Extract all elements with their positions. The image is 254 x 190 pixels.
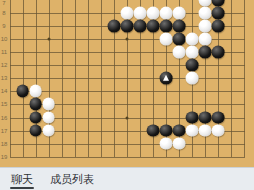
row-coordinate-label: 19	[1, 154, 8, 160]
grid-line-horizontal	[10, 78, 246, 79]
white-stone	[199, 6, 212, 19]
row-coordinate-label: 12	[1, 62, 8, 68]
grid-line-horizontal	[10, 91, 246, 92]
black-stone	[107, 19, 120, 32]
row-coordinate-label: 15	[1, 101, 8, 107]
black-stone	[147, 19, 160, 32]
black-stone	[199, 46, 212, 59]
grid-line-horizontal	[10, 65, 246, 66]
white-stone	[42, 98, 55, 111]
star-point	[125, 116, 128, 119]
tab-chat-label: 聊天	[11, 172, 33, 187]
white-stone	[42, 124, 55, 137]
white-stone	[212, 124, 225, 137]
white-stone	[42, 111, 55, 124]
white-stone	[199, 19, 212, 32]
white-stone	[173, 46, 186, 59]
black-stone	[186, 111, 199, 124]
black-stone	[212, 6, 225, 19]
black-stone	[29, 111, 42, 124]
row-coordinate-label: 8	[2, 10, 5, 16]
go-board[interactable]: 78910111213141516171819	[0, 0, 254, 167]
black-stone	[29, 124, 42, 137]
white-stone	[186, 46, 199, 59]
black-stone	[134, 19, 147, 32]
star-point	[125, 37, 128, 40]
black-stone	[121, 19, 134, 32]
black-stone	[173, 33, 186, 46]
white-stone	[186, 33, 199, 46]
black-stone	[29, 98, 42, 111]
row-coordinate-label: 17	[1, 128, 8, 134]
black-stone	[186, 59, 199, 72]
row-coordinate-label: 9	[2, 23, 5, 29]
white-stone	[199, 0, 212, 6]
white-stone	[173, 6, 186, 19]
black-stone	[212, 46, 225, 59]
white-stone	[173, 137, 186, 150]
white-stone	[160, 6, 173, 19]
tab-member-list-label: 成员列表	[50, 172, 94, 187]
black-stone	[212, 0, 225, 6]
white-stone	[121, 6, 134, 19]
black-stone	[173, 19, 186, 32]
white-stone	[160, 33, 173, 46]
white-stone	[147, 6, 160, 19]
row-coordinate-label: 14	[1, 88, 8, 94]
black-stone	[160, 124, 173, 137]
row-coordinate-label: 13	[1, 75, 8, 81]
black-stone	[212, 19, 225, 32]
white-stone	[199, 33, 212, 46]
white-stone	[186, 124, 199, 137]
white-stone	[160, 137, 173, 150]
last-move-triangle-marker	[163, 75, 169, 81]
row-coordinate-label: 7	[2, 0, 5, 6]
row-coordinate-label: 18	[1, 141, 8, 147]
row-coordinate-label: 16	[1, 115, 8, 121]
black-stone	[16, 85, 29, 98]
star-point	[47, 37, 50, 40]
white-stone	[29, 85, 42, 98]
black-stone	[212, 111, 225, 124]
black-stone	[147, 124, 160, 137]
white-stone	[199, 124, 212, 137]
tab-chat[interactable]: 聊天	[10, 168, 34, 190]
white-stone	[134, 6, 147, 19]
black-stone	[199, 111, 212, 124]
row-coordinate-label: 10	[1, 36, 8, 42]
black-stone	[160, 19, 173, 32]
tab-member-list[interactable]: 成员列表	[49, 168, 95, 190]
black-stone	[173, 124, 186, 137]
go-app-screen: 78910111213141516171819 聊天 成员列表	[0, 0, 254, 190]
bottom-tab-bar: 聊天 成员列表	[0, 167, 254, 190]
white-stone	[186, 72, 199, 85]
grid-line-horizontal	[10, 144, 246, 145]
grid-line-horizontal	[10, 157, 246, 158]
row-coordinate-label: 11	[1, 49, 7, 55]
